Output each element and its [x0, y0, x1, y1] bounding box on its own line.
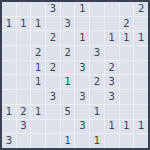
cell-r8c9[interactable]: [120, 105, 134, 119]
cell-r4c5[interactable]: 2: [61, 46, 75, 60]
cell-r10c9[interactable]: [120, 134, 134, 148]
cell-r10c7[interactable]: 1: [90, 134, 104, 148]
cell-r1c3[interactable]: [31, 2, 45, 16]
cell-r10c2[interactable]: [17, 134, 31, 148]
cell-r6c9[interactable]: [120, 75, 134, 89]
cell-r9c1[interactable]: [2, 120, 16, 134]
cell-r10c1[interactable]: 3: [2, 134, 16, 148]
cell-r6c6[interactable]: [75, 75, 89, 89]
cell-r4c3[interactable]: 2: [31, 46, 45, 60]
cell-r2c8[interactable]: [105, 17, 119, 31]
cell-r1c6[interactable]: 1: [75, 2, 89, 16]
cell-r7c3[interactable]: [31, 90, 45, 104]
cell-r2c2[interactable]: 1: [17, 17, 31, 31]
cell-r4c2[interactable]: [17, 46, 31, 60]
cell-r8c8[interactable]: [105, 105, 119, 119]
cell-r4c7[interactable]: 3: [90, 46, 104, 60]
cell-r10c10[interactable]: [134, 134, 148, 148]
cell-r6c3[interactable]: 1: [31, 75, 45, 89]
cell-r9c4[interactable]: [46, 120, 60, 134]
cell-r6c5[interactable]: 1: [61, 75, 75, 89]
cell-r5c2[interactable]: [17, 61, 31, 75]
cell-r4c6[interactable]: [75, 46, 89, 60]
cell-r9c5[interactable]: [61, 120, 75, 134]
cell-r1c1[interactable]: [2, 2, 16, 16]
cell-r2c3[interactable]: 1: [31, 17, 45, 31]
cell-r5c1[interactable]: [2, 61, 16, 75]
cell-r3c3[interactable]: [31, 31, 45, 45]
cell-r1c7[interactable]: [90, 2, 104, 16]
cell-r1c4[interactable]: 3: [46, 2, 60, 16]
cell-r3c2[interactable]: [17, 31, 31, 45]
cell-r6c10[interactable]: [134, 75, 148, 89]
cell-r5c4[interactable]: 2: [46, 61, 60, 75]
cell-r6c7[interactable]: 2: [90, 75, 104, 89]
cell-r7c10[interactable]: [134, 90, 148, 104]
cell-r7c2[interactable]: [17, 90, 31, 104]
cell-r5c8[interactable]: 2: [105, 61, 119, 75]
cell-r10c3[interactable]: [31, 134, 45, 148]
cell-r9c10[interactable]: 1: [134, 120, 148, 134]
cell-r8c10[interactable]: [134, 105, 148, 119]
cell-r9c7[interactable]: [90, 120, 104, 134]
cell-r4c4[interactable]: [46, 46, 60, 60]
cell-r5c6[interactable]: 3: [75, 61, 89, 75]
cell-r9c6[interactable]: 3: [75, 120, 89, 134]
cell-r1c5[interactable]: [61, 2, 75, 16]
cell-r2c6[interactable]: [75, 17, 89, 31]
cell-r8c6[interactable]: [75, 105, 89, 119]
cell-r7c9[interactable]: [120, 90, 134, 104]
cell-r6c4[interactable]: [46, 75, 60, 89]
cell-r2c5[interactable]: 3: [61, 17, 75, 31]
cell-r3c4[interactable]: 2: [46, 31, 60, 45]
cell-r2c7[interactable]: [90, 17, 104, 31]
cell-r2c4[interactable]: [46, 17, 60, 31]
cell-r8c3[interactable]: 1: [31, 105, 45, 119]
cell-r5c5[interactable]: [61, 61, 75, 75]
cell-r4c10[interactable]: [134, 46, 148, 60]
cell-r1c2[interactable]: [17, 2, 31, 16]
cell-r6c2[interactable]: [17, 75, 31, 89]
cell-r4c8[interactable]: [105, 46, 119, 60]
cell-r3c6[interactable]: 1: [75, 31, 89, 45]
cell-r5c7[interactable]: [90, 61, 104, 75]
cell-r5c9[interactable]: [120, 61, 134, 75]
cell-r3c7[interactable]: [90, 31, 104, 45]
cell-r3c9[interactable]: 1: [120, 31, 134, 45]
cell-r7c5[interactable]: [61, 90, 75, 104]
cell-r10c5[interactable]: 1: [61, 134, 75, 148]
cell-r8c7[interactable]: 1: [90, 105, 104, 119]
cell-r2c1[interactable]: 1: [2, 17, 16, 31]
cell-r5c10[interactable]: [134, 61, 148, 75]
cell-r7c4[interactable]: 3: [46, 90, 60, 104]
puzzle-board: 3121113221111223123211233331215133111311: [0, 0, 150, 150]
cell-r9c3[interactable]: [31, 120, 45, 134]
cell-r8c5[interactable]: 5: [61, 105, 75, 119]
cell-r3c8[interactable]: 1: [105, 31, 119, 45]
cell-r7c8[interactable]: 3: [105, 90, 119, 104]
cell-r3c5[interactable]: [61, 31, 75, 45]
cell-r10c4[interactable]: [46, 134, 60, 148]
cell-r10c6[interactable]: [75, 134, 89, 148]
cell-r1c9[interactable]: [120, 2, 134, 16]
cell-r7c6[interactable]: 3: [75, 90, 89, 104]
cell-r5c3[interactable]: 1: [31, 61, 45, 75]
cell-r7c1[interactable]: [2, 90, 16, 104]
cell-r9c2[interactable]: 3: [17, 120, 31, 134]
cell-r2c9[interactable]: 2: [120, 17, 134, 31]
cell-r1c10[interactable]: 2: [134, 2, 148, 16]
cell-r6c8[interactable]: 3: [105, 75, 119, 89]
cell-r6c1[interactable]: [2, 75, 16, 89]
cell-r8c2[interactable]: 2: [17, 105, 31, 119]
cell-r9c8[interactable]: 1: [105, 120, 119, 134]
cell-r2c10[interactable]: [134, 17, 148, 31]
cell-r4c1[interactable]: [2, 46, 16, 60]
cell-r8c1[interactable]: 1: [2, 105, 16, 119]
cell-r7c7[interactable]: [90, 90, 104, 104]
cell-r3c10[interactable]: 1: [134, 31, 148, 45]
cell-r1c8[interactable]: [105, 2, 119, 16]
cell-r10c8[interactable]: [105, 134, 119, 148]
cell-r8c4[interactable]: [46, 105, 60, 119]
cell-r4c9[interactable]: [120, 46, 134, 60]
cell-r9c9[interactable]: 1: [120, 120, 134, 134]
cell-r3c1[interactable]: [2, 31, 16, 45]
